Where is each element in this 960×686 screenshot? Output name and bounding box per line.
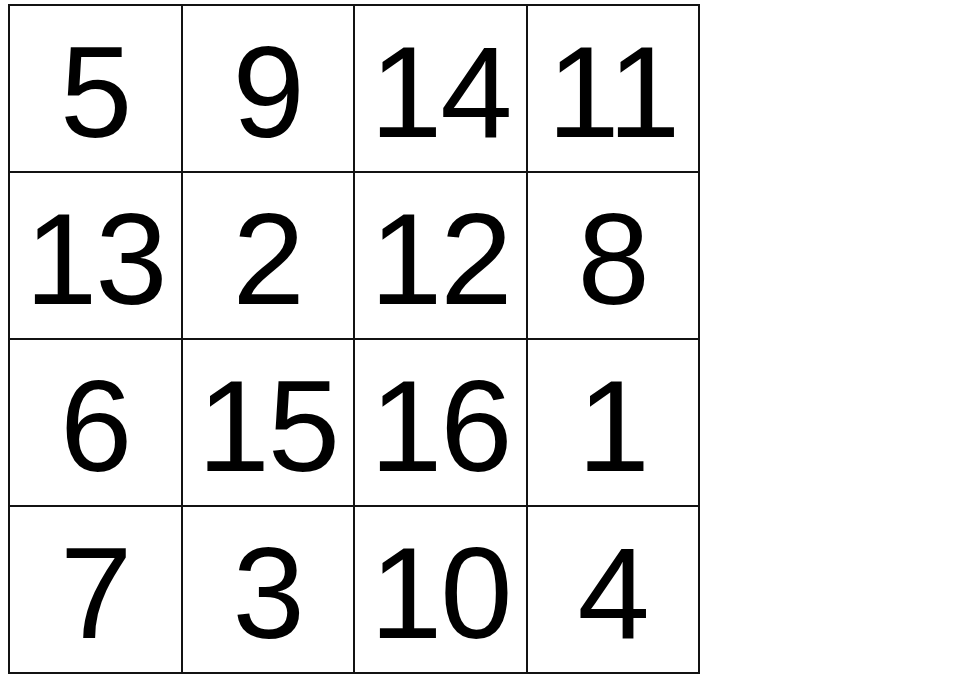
tile-number: 13 [25, 194, 166, 324]
tile-number: 5 [60, 27, 130, 157]
tile-r1c3[interactable]: 14 [355, 6, 526, 171]
tile-r1c2[interactable]: 9 [183, 6, 354, 171]
tile-r4c2[interactable]: 3 [183, 507, 354, 672]
tile-r4c1[interactable]: 7 [10, 507, 181, 672]
tile-number: 10 [370, 528, 511, 658]
tile-number: 6 [60, 361, 130, 491]
tile-number: 15 [197, 361, 338, 491]
tile-r3c4[interactable]: 1 [528, 340, 699, 505]
tile-r2c3[interactable]: 12 [355, 173, 526, 338]
tile-number: 14 [370, 27, 511, 157]
tile-number: 7 [60, 528, 130, 658]
tile-number: 8 [578, 194, 648, 324]
tile-r4c4[interactable]: 4 [528, 507, 699, 672]
puzzle-board: 5 9 14 11 13 2 12 8 6 15 16 1 7 3 10 4 [8, 4, 700, 674]
tile-number: 4 [578, 528, 648, 658]
tile-r1c4[interactable]: 11 [528, 6, 699, 171]
tile-r3c1[interactable]: 6 [10, 340, 181, 505]
tile-number: 2 [233, 194, 303, 324]
tile-r3c2[interactable]: 15 [183, 340, 354, 505]
tile-r4c3[interactable]: 10 [355, 507, 526, 672]
tile-number: 11 [547, 27, 678, 157]
tile-r2c1[interactable]: 13 [10, 173, 181, 338]
tile-r2c2[interactable]: 2 [183, 173, 354, 338]
tile-r1c1[interactable]: 5 [10, 6, 181, 171]
tile-r2c4[interactable]: 8 [528, 173, 699, 338]
tile-number: 9 [233, 27, 303, 157]
tile-number: 12 [370, 194, 511, 324]
tile-r3c3[interactable]: 16 [355, 340, 526, 505]
tile-number: 3 [233, 528, 303, 658]
tile-number: 16 [370, 361, 511, 491]
tile-number: 1 [578, 361, 648, 491]
